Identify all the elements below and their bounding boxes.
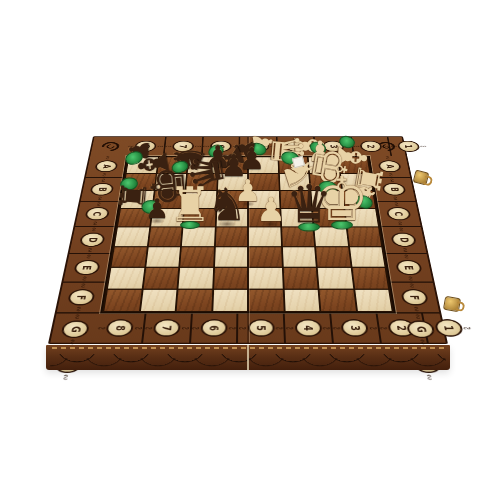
felt-pad xyxy=(298,223,320,232)
felt-pad xyxy=(180,221,200,229)
pieces-pile: ♟♝♜♚♞♛♝♟♟♛♝♞♚♝♜♞♟♟♟♟♜♞♟♟♟♛♚ xyxy=(0,0,500,500)
contact-shadow xyxy=(217,221,237,228)
contact-shadow xyxy=(149,218,165,224)
felt-pad xyxy=(331,221,353,230)
product-photo: ∾8∾∾7∾∾6∾∾5∾∾4∾∾3∾∾2∾∾1∾ ∾8∾∾7∾∾6∾∾5∾∾4∾… xyxy=(0,0,500,500)
contact-shadow xyxy=(263,221,279,227)
